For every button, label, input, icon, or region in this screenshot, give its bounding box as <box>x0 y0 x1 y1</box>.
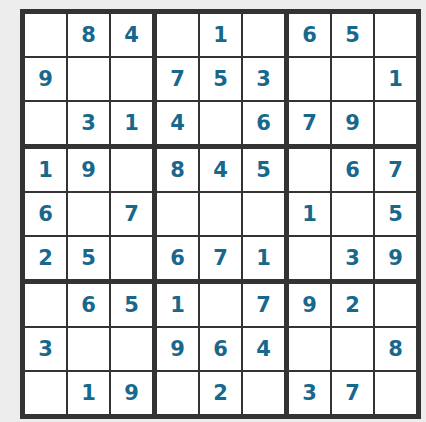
cell-r2c9[interactable]: 1 <box>375 58 416 102</box>
cell-r4c8[interactable]: 6 <box>332 149 375 193</box>
given-digit: 9 <box>302 295 317 316</box>
cell-r3c9[interactable] <box>375 102 416 149</box>
given-digit: 3 <box>345 248 360 269</box>
cell-r2c7[interactable] <box>289 58 332 102</box>
given-digit: 6 <box>170 248 185 269</box>
given-digit: 9 <box>38 69 53 90</box>
given-digit: 9 <box>81 160 96 181</box>
given-digit: 7 <box>213 248 228 269</box>
cell-r6c2[interactable]: 5 <box>68 237 111 284</box>
given-digit: 3 <box>256 69 271 90</box>
cell-r5c2[interactable] <box>68 193 111 237</box>
cell-r1c9[interactable] <box>375 14 416 58</box>
given-digit: 8 <box>81 25 96 46</box>
given-digit: 5 <box>213 69 228 90</box>
cell-r1c4[interactable] <box>157 14 200 58</box>
cell-r3c8[interactable]: 9 <box>332 102 375 149</box>
cell-r5c1[interactable]: 6 <box>25 193 68 237</box>
cell-r7c3[interactable]: 5 <box>111 284 157 328</box>
cell-r4c7[interactable] <box>289 149 332 193</box>
cell-r9c8[interactable]: 7 <box>332 372 375 414</box>
given-digit: 1 <box>81 383 96 404</box>
cell-r6c7[interactable] <box>289 237 332 284</box>
cell-r3c2[interactable]: 3 <box>68 102 111 149</box>
cell-r8c3[interactable] <box>111 328 157 372</box>
cell-r9c9[interactable] <box>375 372 416 414</box>
cell-r2c8[interactable] <box>332 58 375 102</box>
cell-r3c6[interactable]: 6 <box>243 102 289 149</box>
given-digit: 3 <box>81 113 96 134</box>
cell-r8c7[interactable] <box>289 328 332 372</box>
sudoku-board: 8416597531314679198456767152567139651792… <box>20 9 421 419</box>
cell-r1c2[interactable]: 8 <box>68 14 111 58</box>
given-digit: 7 <box>256 295 271 316</box>
cell-r8c6[interactable]: 4 <box>243 328 289 372</box>
cell-r3c7[interactable]: 7 <box>289 102 332 149</box>
given-digit: 2 <box>345 295 360 316</box>
given-digit: 6 <box>38 204 53 225</box>
given-digit: 4 <box>213 160 228 181</box>
cell-r2c5[interactable]: 5 <box>200 58 243 102</box>
page: 8416597531314679198456767152567139651792… <box>0 0 426 422</box>
given-digit: 1 <box>213 25 228 46</box>
cell-r7c2[interactable]: 6 <box>68 284 111 328</box>
given-digit: 1 <box>170 295 185 316</box>
given-digit: 6 <box>256 113 271 134</box>
given-digit: 9 <box>388 248 403 269</box>
cell-r5c8[interactable] <box>332 193 375 237</box>
cell-r7c6[interactable]: 7 <box>243 284 289 328</box>
given-digit: 7 <box>345 383 360 404</box>
cell-r9c2[interactable]: 1 <box>68 372 111 414</box>
cell-r1c3[interactable]: 4 <box>111 14 157 58</box>
cell-r9c7[interactable]: 3 <box>289 372 332 414</box>
given-digit: 5 <box>81 248 96 269</box>
cell-r1c5[interactable]: 1 <box>200 14 243 58</box>
cell-r8c8[interactable] <box>332 328 375 372</box>
cell-r5c6[interactable] <box>243 193 289 237</box>
given-digit: 8 <box>388 339 403 360</box>
cell-r1c1[interactable] <box>25 14 68 58</box>
given-digit: 9 <box>170 339 185 360</box>
cell-r6c5[interactable]: 7 <box>200 237 243 284</box>
cell-r8c5[interactable]: 6 <box>200 328 243 372</box>
cell-r5c5[interactable] <box>200 193 243 237</box>
cell-r6c6[interactable]: 1 <box>243 237 289 284</box>
given-digit: 1 <box>302 204 317 225</box>
given-digit: 3 <box>38 339 53 360</box>
given-digit: 1 <box>256 248 271 269</box>
given-digit: 9 <box>345 113 360 134</box>
cell-r4c6[interactable]: 5 <box>243 149 289 193</box>
cell-r6c8[interactable]: 3 <box>332 237 375 284</box>
cell-r8c1[interactable]: 3 <box>25 328 68 372</box>
cell-r4c9[interactable]: 7 <box>375 149 416 193</box>
cell-r2c1[interactable]: 9 <box>25 58 68 102</box>
cell-r5c3[interactable]: 7 <box>111 193 157 237</box>
given-digit: 1 <box>124 113 139 134</box>
given-digit: 5 <box>388 204 403 225</box>
cell-r7c9[interactable] <box>375 284 416 328</box>
given-digit: 2 <box>213 383 228 404</box>
cell-r6c1[interactable]: 2 <box>25 237 68 284</box>
cell-r7c7[interactable]: 9 <box>289 284 332 328</box>
given-digit: 7 <box>170 69 185 90</box>
cell-r7c8[interactable]: 2 <box>332 284 375 328</box>
given-digit: 1 <box>38 160 53 181</box>
given-digit: 6 <box>81 295 96 316</box>
cell-r8c4[interactable]: 9 <box>157 328 200 372</box>
cell-r5c9[interactable]: 5 <box>375 193 416 237</box>
cell-r5c4[interactable] <box>157 193 200 237</box>
given-digit: 4 <box>170 113 185 134</box>
cell-r4c2[interactable]: 9 <box>68 149 111 193</box>
cell-r6c4[interactable]: 6 <box>157 237 200 284</box>
given-digit: 7 <box>124 204 139 225</box>
given-digit: 5 <box>256 160 271 181</box>
cell-r2c6[interactable]: 3 <box>243 58 289 102</box>
cell-r9c6[interactable] <box>243 372 289 414</box>
given-digit: 4 <box>124 25 139 46</box>
cell-r1c6[interactable] <box>243 14 289 58</box>
cell-r2c2[interactable] <box>68 58 111 102</box>
given-digit: 5 <box>124 295 139 316</box>
given-digit: 7 <box>388 160 403 181</box>
given-digit: 6 <box>213 339 228 360</box>
cell-r4c5[interactable]: 4 <box>200 149 243 193</box>
cell-r6c9[interactable]: 9 <box>375 237 416 284</box>
cell-r7c4[interactable]: 1 <box>157 284 200 328</box>
cell-r1c8[interactable]: 5 <box>332 14 375 58</box>
cell-r3c4[interactable]: 4 <box>157 102 200 149</box>
cell-r3c3[interactable]: 1 <box>111 102 157 149</box>
given-digit: 6 <box>345 160 360 181</box>
cell-r4c1[interactable]: 1 <box>25 149 68 193</box>
given-digit: 4 <box>256 339 271 360</box>
cell-r2c4[interactable]: 7 <box>157 58 200 102</box>
cell-r9c4[interactable] <box>157 372 200 414</box>
given-digit: 2 <box>38 248 53 269</box>
given-digit: 1 <box>388 69 403 90</box>
given-digit: 5 <box>345 25 360 46</box>
cell-r3c5[interactable] <box>200 102 243 149</box>
given-digit: 9 <box>124 383 139 404</box>
cell-r9c5[interactable]: 2 <box>200 372 243 414</box>
cell-r4c4[interactable]: 8 <box>157 149 200 193</box>
cell-r5c7[interactable]: 1 <box>289 193 332 237</box>
cell-r3c1[interactable] <box>25 102 68 149</box>
cell-r1c7[interactable]: 6 <box>289 14 332 58</box>
cell-r9c3[interactable]: 9 <box>111 372 157 414</box>
cell-r4c3[interactable] <box>111 149 157 193</box>
given-digit: 6 <box>302 25 317 46</box>
given-digit: 7 <box>302 113 317 134</box>
cell-r8c2[interactable] <box>68 328 111 372</box>
given-digit: 8 <box>170 160 185 181</box>
cell-r6c3[interactable] <box>111 237 157 284</box>
cell-r2c3[interactable] <box>111 58 157 102</box>
cell-r9c1[interactable] <box>25 372 68 414</box>
cell-r7c5[interactable] <box>200 284 243 328</box>
cell-r7c1[interactable] <box>25 284 68 328</box>
given-digit: 3 <box>302 383 317 404</box>
cell-r8c9[interactable]: 8 <box>375 328 416 372</box>
